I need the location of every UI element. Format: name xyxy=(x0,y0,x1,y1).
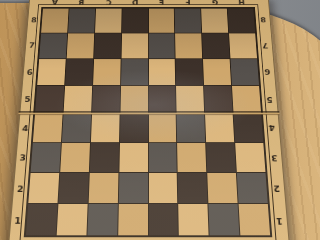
chessboard-photo: ABCDEFGH 87654321 87654321 xyxy=(0,0,320,240)
square-a7[interactable] xyxy=(39,34,67,59)
file-label-e: E xyxy=(148,0,175,7)
square-d4[interactable] xyxy=(120,114,148,142)
square-b3[interactable] xyxy=(60,143,90,172)
file-label-a: A xyxy=(41,0,68,7)
square-a5[interactable] xyxy=(35,86,64,113)
square-b1[interactable] xyxy=(57,204,88,235)
square-f3[interactable] xyxy=(177,143,206,172)
square-e2[interactable] xyxy=(149,173,178,203)
rank-label-right-8: 8 xyxy=(255,7,272,32)
square-d6[interactable] xyxy=(121,59,148,85)
file-label-h: H xyxy=(228,0,255,7)
square-f2[interactable] xyxy=(178,173,208,203)
square-g5[interactable] xyxy=(204,86,232,113)
square-h2[interactable] xyxy=(237,173,268,203)
rank-label-right-1: 1 xyxy=(270,204,289,237)
square-b5[interactable] xyxy=(63,86,91,113)
file-label-f: F xyxy=(175,0,202,7)
square-g2[interactable] xyxy=(207,173,237,203)
square-d2[interactable] xyxy=(118,173,147,203)
square-d8[interactable] xyxy=(122,9,148,33)
square-e3[interactable] xyxy=(149,143,178,172)
square-h7[interactable] xyxy=(229,34,257,59)
rank-label-right-3: 3 xyxy=(265,143,284,173)
square-h1[interactable] xyxy=(239,204,270,235)
square-a1[interactable] xyxy=(26,204,57,235)
square-e6[interactable] xyxy=(149,59,176,85)
square-h4[interactable] xyxy=(234,114,264,142)
file-label-d: D xyxy=(121,0,148,7)
rank-label-right-5: 5 xyxy=(261,85,279,113)
square-h5[interactable] xyxy=(232,86,261,113)
square-c5[interactable] xyxy=(92,86,120,113)
square-c6[interactable] xyxy=(93,59,120,85)
board-grid xyxy=(24,7,273,237)
square-c8[interactable] xyxy=(95,9,121,33)
square-e5[interactable] xyxy=(149,86,176,113)
square-c3[interactable] xyxy=(90,143,119,172)
square-c7[interactable] xyxy=(94,34,121,59)
square-b2[interactable] xyxy=(58,173,88,203)
rank-label-right-2: 2 xyxy=(267,173,286,205)
square-f7[interactable] xyxy=(175,34,202,59)
square-g7[interactable] xyxy=(202,34,229,59)
square-f5[interactable] xyxy=(176,86,204,113)
square-f1[interactable] xyxy=(179,204,209,235)
square-e8[interactable] xyxy=(149,9,175,33)
square-e7[interactable] xyxy=(149,34,175,59)
board-frame-top: ABCDEFGH xyxy=(41,0,255,7)
square-b4[interactable] xyxy=(62,114,91,142)
square-b7[interactable] xyxy=(67,34,94,59)
square-a4[interactable] xyxy=(33,114,63,142)
square-f4[interactable] xyxy=(177,114,205,142)
file-label-g: G xyxy=(201,0,228,7)
square-g3[interactable] xyxy=(206,143,236,172)
square-a8[interactable] xyxy=(41,9,68,33)
square-e1[interactable] xyxy=(149,204,179,235)
rank-label-right-6: 6 xyxy=(259,58,276,85)
square-h3[interactable] xyxy=(235,143,265,172)
file-label-b: B xyxy=(68,0,95,7)
square-d5[interactable] xyxy=(120,86,147,113)
square-g1[interactable] xyxy=(209,204,240,235)
square-b8[interactable] xyxy=(68,9,95,33)
square-c2[interactable] xyxy=(88,173,118,203)
square-d7[interactable] xyxy=(121,34,147,59)
square-g6[interactable] xyxy=(203,59,231,85)
square-g8[interactable] xyxy=(201,9,228,33)
square-g4[interactable] xyxy=(205,114,234,142)
square-a6[interactable] xyxy=(37,59,65,85)
file-label-c: C xyxy=(95,0,122,7)
square-a3[interactable] xyxy=(31,143,61,172)
chess-board: ABCDEFGH 87654321 87654321 xyxy=(8,0,290,240)
square-h8[interactable] xyxy=(228,9,255,33)
square-f8[interactable] xyxy=(175,9,201,33)
square-h6[interactable] xyxy=(231,59,259,85)
square-d1[interactable] xyxy=(118,204,148,235)
rank-label-right-7: 7 xyxy=(257,32,274,58)
square-c4[interactable] xyxy=(91,114,120,142)
rank-label-right-4: 4 xyxy=(263,114,281,143)
square-f6[interactable] xyxy=(176,59,203,85)
square-a2[interactable] xyxy=(28,173,59,203)
square-d3[interactable] xyxy=(119,143,148,172)
square-c1[interactable] xyxy=(87,204,117,235)
square-e4[interactable] xyxy=(149,114,177,142)
square-b6[interactable] xyxy=(65,59,93,85)
